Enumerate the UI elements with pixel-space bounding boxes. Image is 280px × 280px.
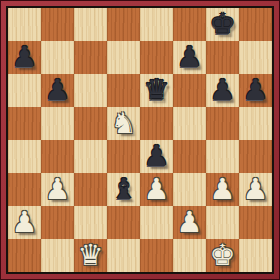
square-d5[interactable]: ♞: [107, 107, 140, 140]
square-a3[interactable]: [8, 173, 41, 206]
square-c4[interactable]: [74, 140, 107, 173]
square-c5[interactable]: [74, 107, 107, 140]
square-c2[interactable]: [74, 206, 107, 239]
square-g4[interactable]: [206, 140, 239, 173]
piece-white-pawn[interactable]: ♟: [206, 173, 239, 206]
square-h5[interactable]: [239, 107, 272, 140]
square-d3[interactable]: ♝: [107, 173, 140, 206]
square-c7[interactable]: [74, 41, 107, 74]
square-e4[interactable]: ♟: [140, 140, 173, 173]
piece-black-pawn[interactable]: ♟: [41, 74, 74, 107]
square-f6[interactable]: [173, 74, 206, 107]
piece-white-queen[interactable]: ♛: [74, 239, 107, 272]
square-a8[interactable]: [8, 8, 41, 41]
piece-black-pawn[interactable]: ♟: [206, 74, 239, 107]
piece-white-pawn[interactable]: ♟: [41, 173, 74, 206]
square-g1[interactable]: ♚: [206, 239, 239, 272]
piece-black-king[interactable]: ♚: [206, 8, 239, 41]
square-c3[interactable]: [74, 173, 107, 206]
piece-black-bishop[interactable]: ♝: [107, 173, 140, 206]
square-h8[interactable]: [239, 8, 272, 41]
square-e3[interactable]: ♟: [140, 173, 173, 206]
square-b8[interactable]: [41, 8, 74, 41]
square-b6[interactable]: ♟: [41, 74, 74, 107]
square-b1[interactable]: [41, 239, 74, 272]
square-d6[interactable]: [107, 74, 140, 107]
square-a1[interactable]: [8, 239, 41, 272]
square-b5[interactable]: [41, 107, 74, 140]
square-d8[interactable]: [107, 8, 140, 41]
square-f1[interactable]: [173, 239, 206, 272]
square-e7[interactable]: [140, 41, 173, 74]
square-e8[interactable]: [140, 8, 173, 41]
piece-white-knight[interactable]: ♞: [107, 107, 140, 140]
square-g2[interactable]: [206, 206, 239, 239]
piece-black-pawn[interactable]: ♟: [173, 41, 206, 74]
square-h7[interactable]: [239, 41, 272, 74]
square-a5[interactable]: [8, 107, 41, 140]
square-g5[interactable]: [206, 107, 239, 140]
square-h4[interactable]: [239, 140, 272, 173]
square-b2[interactable]: [41, 206, 74, 239]
square-d2[interactable]: [107, 206, 140, 239]
chess-diagram: ♚♟♟♟♛♟♟♞♟♟♝♟♟♟♟♟♛♚: [0, 0, 280, 280]
square-d7[interactable]: [107, 41, 140, 74]
square-e1[interactable]: [140, 239, 173, 272]
square-d4[interactable]: [107, 140, 140, 173]
square-h1[interactable]: [239, 239, 272, 272]
square-f2[interactable]: ♟: [173, 206, 206, 239]
square-b4[interactable]: [41, 140, 74, 173]
piece-white-pawn[interactable]: ♟: [239, 173, 272, 206]
square-a6[interactable]: [8, 74, 41, 107]
square-f7[interactable]: ♟: [173, 41, 206, 74]
square-e6[interactable]: ♛: [140, 74, 173, 107]
square-c6[interactable]: [74, 74, 107, 107]
square-c8[interactable]: [74, 8, 107, 41]
square-g6[interactable]: ♟: [206, 74, 239, 107]
square-e2[interactable]: [140, 206, 173, 239]
square-h3[interactable]: ♟: [239, 173, 272, 206]
piece-black-pawn[interactable]: ♟: [140, 140, 173, 173]
square-h2[interactable]: [239, 206, 272, 239]
square-f5[interactable]: [173, 107, 206, 140]
square-b3[interactable]: ♟: [41, 173, 74, 206]
square-c1[interactable]: ♛: [74, 239, 107, 272]
square-g7[interactable]: [206, 41, 239, 74]
square-g3[interactable]: ♟: [206, 173, 239, 206]
piece-black-queen[interactable]: ♛: [140, 74, 173, 107]
square-f3[interactable]: [173, 173, 206, 206]
square-g8[interactable]: ♚: [206, 8, 239, 41]
square-b7[interactable]: [41, 41, 74, 74]
square-a4[interactable]: [8, 140, 41, 173]
piece-white-pawn[interactable]: ♟: [8, 206, 41, 239]
square-e5[interactable]: [140, 107, 173, 140]
piece-white-pawn[interactable]: ♟: [173, 206, 206, 239]
square-a7[interactable]: ♟: [8, 41, 41, 74]
board-frame: ♚♟♟♟♛♟♟♞♟♟♝♟♟♟♟♟♛♚: [1, 1, 279, 279]
piece-black-pawn[interactable]: ♟: [239, 74, 272, 107]
piece-black-pawn[interactable]: ♟: [8, 41, 41, 74]
square-h6[interactable]: ♟: [239, 74, 272, 107]
square-f4[interactable]: [173, 140, 206, 173]
board-inner-border: ♚♟♟♟♛♟♟♞♟♟♝♟♟♟♟♟♛♚: [6, 6, 274, 274]
square-d1[interactable]: [107, 239, 140, 272]
square-f8[interactable]: [173, 8, 206, 41]
chess-board: ♚♟♟♟♛♟♟♞♟♟♝♟♟♟♟♟♛♚: [8, 8, 272, 272]
piece-white-pawn[interactable]: ♟: [140, 173, 173, 206]
piece-white-king[interactable]: ♚: [206, 239, 239, 272]
square-a2[interactable]: ♟: [8, 206, 41, 239]
